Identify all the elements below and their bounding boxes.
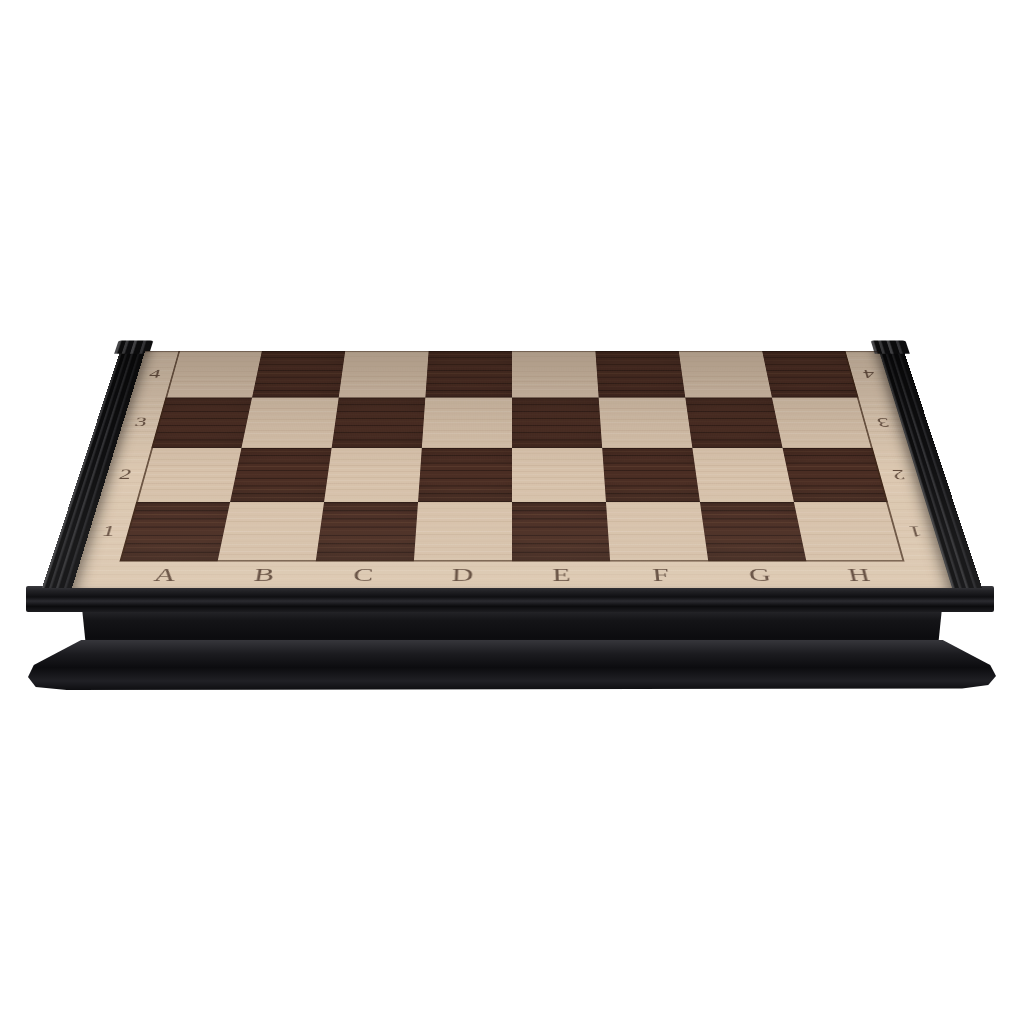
square-g4 <box>679 351 772 397</box>
square-a4 <box>165 351 261 397</box>
case-front-lip <box>26 586 994 612</box>
square-c1 <box>316 502 418 561</box>
square-d2 <box>418 448 512 502</box>
square-a3 <box>151 398 252 448</box>
square-h4 <box>762 351 858 397</box>
file-label-g: G <box>708 562 812 588</box>
square-g3 <box>685 398 782 448</box>
square-e3 <box>512 398 602 448</box>
square-f2 <box>602 448 700 502</box>
square-c2 <box>324 448 422 502</box>
square-d3 <box>422 398 512 448</box>
square-c4 <box>339 351 429 397</box>
square-a1 <box>119 502 230 561</box>
square-a2 <box>136 448 241 502</box>
file-label-h: H <box>806 562 912 588</box>
square-e1 <box>512 502 610 561</box>
board-wood: 44332211ABCDEFGH <box>72 351 952 588</box>
square-g1 <box>700 502 806 561</box>
product-photo-scene: 44332211ABCDEFGH <box>0 0 1024 1024</box>
square-h3 <box>772 398 873 448</box>
square-h1 <box>794 502 905 561</box>
square-d1 <box>414 502 512 561</box>
square-b2 <box>230 448 332 502</box>
file-label-c: C <box>312 562 414 588</box>
file-label-b: B <box>212 562 316 588</box>
square-e4 <box>512 351 599 397</box>
square-f1 <box>606 502 708 561</box>
file-label-e: E <box>512 562 612 588</box>
square-b1 <box>218 502 324 561</box>
file-label-a: A <box>112 562 218 588</box>
square-b4 <box>252 351 345 397</box>
square-d4 <box>425 351 512 397</box>
case-base-foot <box>28 640 996 690</box>
square-f4 <box>595 351 685 397</box>
square-h2 <box>783 448 888 502</box>
square-f3 <box>599 398 693 448</box>
file-label-d: D <box>412 562 512 588</box>
square-g2 <box>692 448 794 502</box>
file-label-f: F <box>610 562 712 588</box>
square-e2 <box>512 448 606 502</box>
square-b3 <box>241 398 338 448</box>
square-c3 <box>332 398 426 448</box>
chess-board: 44332211ABCDEFGH <box>42 351 982 588</box>
